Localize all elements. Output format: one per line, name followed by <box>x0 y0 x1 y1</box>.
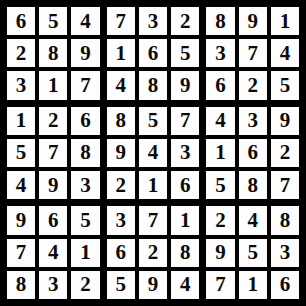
sudoku-box-9: 248953716 <box>206 206 299 299</box>
sudoku-cell-r2c3[interactable]: 9 <box>71 39 99 67</box>
sudoku-cell-r7c3[interactable]: 5 <box>71 206 99 234</box>
sudoku-cell-r5c8[interactable]: 6 <box>239 139 267 167</box>
sudoku-cell-r1c5[interactable]: 3 <box>139 7 167 35</box>
sudoku-cell-r7c6[interactable]: 1 <box>171 206 199 234</box>
sudoku-cell-r6c4[interactable]: 2 <box>107 171 135 199</box>
sudoku-cell-r2c4[interactable]: 1 <box>107 39 135 67</box>
sudoku-cell-r5c4[interactable]: 9 <box>107 139 135 167</box>
sudoku-cell-r8c4[interactable]: 6 <box>107 239 135 267</box>
sudoku-cell-r4c5[interactable]: 5 <box>139 107 167 135</box>
sudoku-cell-r7c7[interactable]: 2 <box>206 206 234 234</box>
sudoku-cell-r5c5[interactable]: 4 <box>139 139 167 167</box>
sudoku-cell-r4c8[interactable]: 3 <box>239 107 267 135</box>
sudoku-cell-r5c9[interactable]: 2 <box>271 139 299 167</box>
sudoku-cell-r7c2[interactable]: 6 <box>39 206 67 234</box>
sudoku-cell-r6c1[interactable]: 4 <box>7 171 35 199</box>
sudoku-box-6: 439162587 <box>206 107 299 200</box>
sudoku-cell-r3c5[interactable]: 8 <box>139 71 167 99</box>
sudoku-cell-r9c4[interactable]: 5 <box>107 271 135 299</box>
sudoku-box-4: 126578493 <box>7 107 100 200</box>
sudoku-cell-r1c2[interactable]: 5 <box>39 7 67 35</box>
sudoku-cell-r5c3[interactable]: 8 <box>71 139 99 167</box>
sudoku-box-7: 965741832 <box>7 206 100 299</box>
sudoku-cell-r9c9[interactable]: 6 <box>271 271 299 299</box>
sudoku-cell-r1c1[interactable]: 6 <box>7 7 35 35</box>
sudoku-cell-r9c1[interactable]: 8 <box>7 271 35 299</box>
sudoku-cell-r1c6[interactable]: 2 <box>171 7 199 35</box>
sudoku-cell-r9c2[interactable]: 3 <box>39 271 67 299</box>
sudoku-cell-r3c9[interactable]: 5 <box>271 71 299 99</box>
sudoku-cell-r3c2[interactable]: 1 <box>39 71 67 99</box>
sudoku-cell-r8c3[interactable]: 1 <box>71 239 99 267</box>
sudoku-cell-r4c9[interactable]: 9 <box>271 107 299 135</box>
sudoku-cell-r1c8[interactable]: 9 <box>239 7 267 35</box>
sudoku-cell-r8c2[interactable]: 4 <box>39 239 67 267</box>
sudoku-cell-r7c5[interactable]: 7 <box>139 206 167 234</box>
sudoku-cell-r1c4[interactable]: 7 <box>107 7 135 35</box>
sudoku-cell-r9c7[interactable]: 7 <box>206 271 234 299</box>
sudoku-cell-r3c7[interactable]: 6 <box>206 71 234 99</box>
sudoku-cell-r3c8[interactable]: 2 <box>239 71 267 99</box>
sudoku-cell-r5c2[interactable]: 7 <box>39 139 67 167</box>
sudoku-cell-r3c6[interactable]: 9 <box>171 71 199 99</box>
sudoku-cell-r6c3[interactable]: 3 <box>71 171 99 199</box>
sudoku-cell-r1c9[interactable]: 1 <box>271 7 299 35</box>
sudoku-cell-r9c8[interactable]: 1 <box>239 271 267 299</box>
sudoku-cell-r3c1[interactable]: 3 <box>7 71 35 99</box>
sudoku-cell-r4c2[interactable]: 2 <box>39 107 67 135</box>
sudoku-cell-r2c7[interactable]: 3 <box>206 39 234 67</box>
sudoku-cell-r8c8[interactable]: 5 <box>239 239 267 267</box>
sudoku-cell-r8c9[interactable]: 3 <box>271 239 299 267</box>
sudoku-cell-r2c2[interactable]: 8 <box>39 39 67 67</box>
sudoku-cell-r5c1[interactable]: 5 <box>7 139 35 167</box>
sudoku-cell-r6c8[interactable]: 8 <box>239 171 267 199</box>
sudoku-cell-r4c4[interactable]: 8 <box>107 107 135 135</box>
sudoku-cell-r6c2[interactable]: 9 <box>39 171 67 199</box>
sudoku-cell-r1c7[interactable]: 8 <box>206 7 234 35</box>
sudoku-cell-r4c3[interactable]: 6 <box>71 107 99 135</box>
sudoku-cell-r2c6[interactable]: 5 <box>171 39 199 67</box>
sudoku-board: 6542893177321654898913746251265784938579… <box>0 0 306 306</box>
sudoku-cell-r2c8[interactable]: 7 <box>239 39 267 67</box>
sudoku-cell-r8c6[interactable]: 8 <box>171 239 199 267</box>
sudoku-cell-r7c8[interactable]: 4 <box>239 206 267 234</box>
sudoku-box-5: 857943216 <box>107 107 200 200</box>
sudoku-cell-r4c1[interactable]: 1 <box>7 107 35 135</box>
sudoku-box-8: 371628594 <box>107 206 200 299</box>
sudoku-cell-r9c5[interactable]: 9 <box>139 271 167 299</box>
sudoku-box-3: 891374625 <box>206 7 299 100</box>
sudoku-cell-r7c9[interactable]: 8 <box>271 206 299 234</box>
sudoku-cell-r9c3[interactable]: 2 <box>71 271 99 299</box>
sudoku-cell-r7c1[interactable]: 9 <box>7 206 35 234</box>
sudoku-cell-r2c1[interactable]: 2 <box>7 39 35 67</box>
sudoku-cell-r8c7[interactable]: 9 <box>206 239 234 267</box>
sudoku-cell-r5c6[interactable]: 3 <box>171 139 199 167</box>
sudoku-cell-r9c6[interactable]: 4 <box>171 271 199 299</box>
sudoku-cell-r6c6[interactable]: 6 <box>171 171 199 199</box>
sudoku-box-2: 732165489 <box>107 7 200 100</box>
sudoku-cell-r7c4[interactable]: 3 <box>107 206 135 234</box>
sudoku-box-1: 654289317 <box>7 7 100 100</box>
sudoku-cell-r3c4[interactable]: 4 <box>107 71 135 99</box>
sudoku-cell-r8c5[interactable]: 2 <box>139 239 167 267</box>
sudoku-cell-r1c3[interactable]: 4 <box>71 7 99 35</box>
sudoku-cell-r6c7[interactable]: 5 <box>206 171 234 199</box>
sudoku-cell-r3c3[interactable]: 7 <box>71 71 99 99</box>
sudoku-cell-r4c7[interactable]: 4 <box>206 107 234 135</box>
sudoku-cell-r4c6[interactable]: 7 <box>171 107 199 135</box>
sudoku-cell-r6c9[interactable]: 7 <box>271 171 299 199</box>
sudoku-cell-r2c5[interactable]: 6 <box>139 39 167 67</box>
sudoku-cell-r2c9[interactable]: 4 <box>271 39 299 67</box>
sudoku-cell-r8c1[interactable]: 7 <box>7 239 35 267</box>
sudoku-cell-r6c5[interactable]: 1 <box>139 171 167 199</box>
sudoku-cell-r5c7[interactable]: 1 <box>206 139 234 167</box>
